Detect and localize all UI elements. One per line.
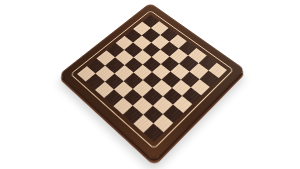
board-frame [59,3,246,162]
chess-board [59,3,246,162]
product-photo-background [0,0,300,169]
board-field [77,15,227,142]
